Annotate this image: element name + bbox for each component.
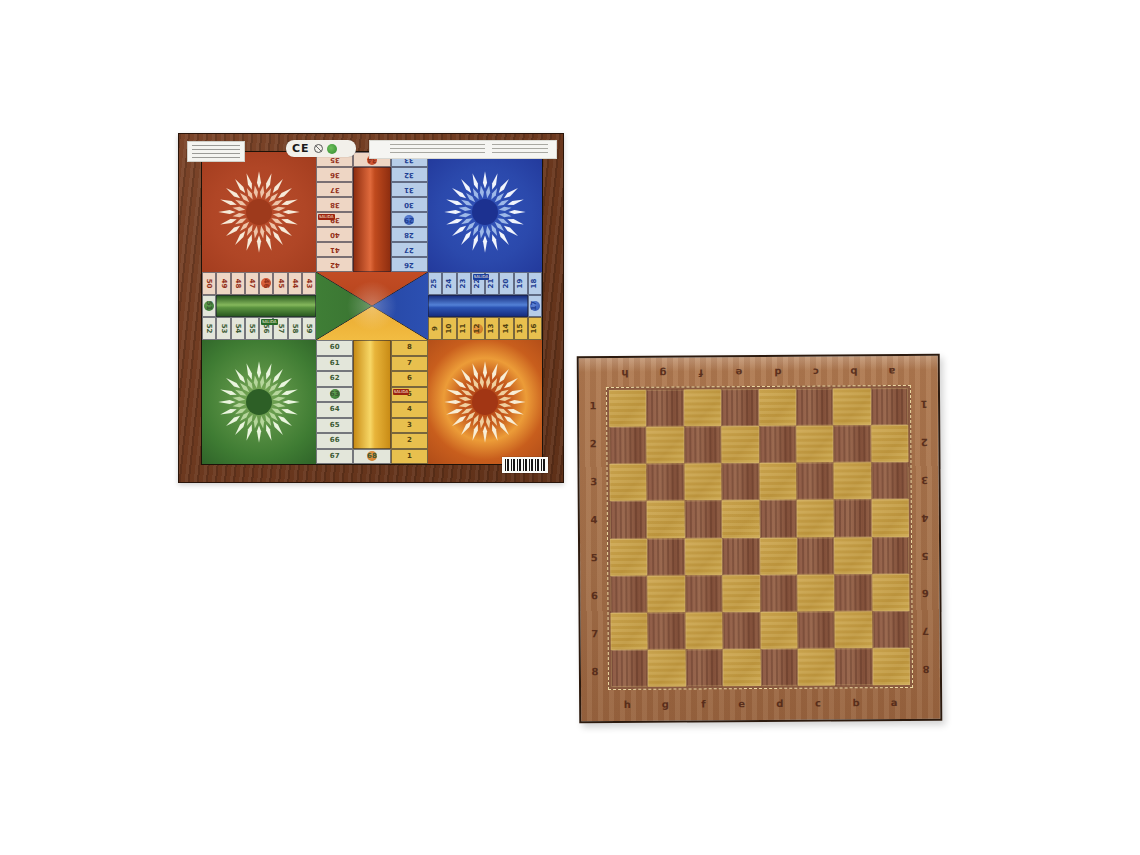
chess-files-bottom: hgfedcba: [608, 695, 913, 712]
parchis-cell-11: 11: [457, 317, 471, 340]
parchis-arm-right: 252423SALIDA222120191817169101112131415: [428, 272, 542, 340]
blue-starburst-icon: [442, 163, 529, 261]
chess-playing-area: [606, 385, 913, 690]
parchis-cell-47: 47: [245, 272, 259, 295]
file-label-d: d: [758, 365, 796, 380]
ce-mark: CE: [292, 143, 310, 155]
parchis-cell-49: 49: [216, 272, 230, 295]
file-label-c: c: [796, 364, 834, 379]
parchis-quadrant-blue: [428, 152, 542, 272]
chess-square-a2: [871, 425, 909, 462]
chess-square-g6: [648, 575, 686, 612]
chess-square-g7: [648, 612, 686, 649]
parchis-cell-51: 51: [202, 295, 216, 318]
parchis-home-column-blue: [428, 295, 528, 318]
chess-square-f8: [686, 649, 724, 686]
green-dot-icon: [327, 144, 337, 154]
parchis-surface: 353433363738SALIDA3940414232313029282726…: [201, 151, 543, 465]
parchis-quadrant-orange: [428, 340, 542, 464]
chess-square-c1: [796, 388, 834, 425]
ce-badge: CE: [286, 140, 356, 157]
chess-square-f6: [685, 575, 723, 612]
chess-square-g3: [647, 464, 685, 501]
chess-square-d2: [759, 426, 797, 463]
parchis-cell-18: 18: [528, 272, 542, 295]
chess-square-d5: [759, 537, 797, 574]
parchis-cell-42: 42: [316, 257, 353, 272]
parchis-cell-63: 63: [316, 387, 353, 403]
product-photo: 353433363738SALIDA3940414232313029282726…: [0, 0, 1140, 855]
chess-square-c4: [797, 500, 835, 537]
file-label-b: b: [837, 695, 875, 710]
label-text-lines-2: [492, 144, 548, 155]
file-label-a: a: [875, 695, 913, 710]
parchis-arm-left: 50515249484746454443535455SALIDA56575859: [202, 272, 316, 340]
parchis-cell-46: 46: [259, 272, 273, 295]
rank-label-5: 5: [587, 539, 601, 577]
chess-square-h2: [609, 427, 647, 464]
parchis-cell-26: 26: [391, 257, 428, 272]
parchis-cell-39: SALIDA39: [316, 212, 353, 227]
parchis-cell-38: 38: [316, 197, 353, 212]
chess-square-b7: [835, 611, 873, 648]
chess-square-f1: [684, 389, 722, 426]
age-warning-icon: [314, 144, 323, 153]
chess-square-d8: [760, 649, 798, 686]
parchis-cell-14: 14: [499, 317, 513, 340]
parchis-cell-67: 67: [316, 449, 353, 465]
chess-square-b1: [833, 388, 871, 425]
file-label-c: c: [799, 695, 837, 710]
rank-label-5: 5: [918, 536, 932, 574]
green-starburst-icon: [216, 351, 303, 453]
chess-square-g2: [647, 427, 685, 464]
chess-square-d3: [759, 463, 797, 500]
parchis-cell-68: 68: [353, 449, 390, 465]
chess-square-b6: [835, 574, 873, 611]
chess-square-h8: [611, 650, 649, 687]
chess-square-h7: [611, 613, 649, 650]
chess-square-f4: [684, 501, 722, 538]
chess-square-c6: [797, 574, 835, 611]
parchis-cell-64: 64: [316, 402, 353, 418]
chess-board: hgfedcba hgfedcba 12345678 12345678: [577, 354, 943, 724]
parchis-cell-16: 16: [528, 317, 542, 340]
parchis-cell-32: 32: [391, 167, 428, 182]
rank-label-7: 7: [919, 612, 933, 650]
rank-label-4: 4: [587, 501, 601, 539]
parchis-cell-60: 60: [316, 340, 353, 356]
chess-square-a7: [872, 611, 910, 648]
parchis-cell-2: 2: [391, 433, 428, 449]
parchis-cell-6: 6: [391, 371, 428, 387]
parchis-cell-65: 65: [316, 418, 353, 434]
parchis-cell-44: 44: [288, 272, 302, 295]
red-starburst-icon: [216, 163, 303, 261]
salida-label-56: SALIDA: [261, 319, 278, 325]
parchis-cell-55: 55: [245, 317, 259, 340]
salida-label-5: SALIDA: [393, 389, 410, 395]
chess-square-h3: [609, 464, 647, 501]
parchis-board: 353433363738SALIDA3940414232313029282726…: [178, 133, 564, 483]
file-label-e: e: [720, 365, 758, 380]
parchis-cell-58: 58: [288, 317, 302, 340]
parchis-cell-43: 43: [302, 272, 316, 295]
chess-square-e1: [721, 389, 759, 426]
chess-square-f5: [685, 538, 723, 575]
rank-label-1: 1: [917, 385, 931, 423]
parchis-cell-15: 15: [514, 317, 528, 340]
salida-label-22: SALIDA: [473, 274, 490, 280]
file-label-f: f: [684, 696, 722, 711]
rank-label-3: 3: [586, 463, 600, 501]
chess-square-c7: [797, 611, 835, 648]
chess-square-a6: [872, 574, 910, 611]
chess-square-a4: [871, 499, 909, 536]
parchis-home-column-red: [353, 167, 390, 272]
rank-label-4: 4: [918, 498, 932, 536]
parchis-cell-28: 28: [391, 227, 428, 242]
parchis-cell-9: 9: [428, 317, 442, 340]
chess-square-h1: [609, 390, 647, 427]
chess-square-c8: [798, 648, 836, 685]
parchis-cell-4: 4: [391, 402, 428, 418]
parchis-home-column-green: [216, 295, 316, 318]
chess-square-e7: [723, 612, 761, 649]
file-label-e: e: [722, 696, 760, 711]
chess-square-g5: [647, 538, 685, 575]
chess-ranks-left: 12345678: [586, 387, 602, 690]
file-label-g: g: [646, 697, 684, 712]
chess-square-d1: [758, 389, 796, 426]
parchis-cell-50: 50: [202, 272, 216, 295]
chess-square-e2: [721, 426, 759, 463]
parchis-cell-48: 48: [231, 272, 245, 295]
parchis-cell-30: 30: [391, 197, 428, 212]
file-label-b: b: [835, 364, 873, 379]
chess-square-c3: [796, 463, 834, 500]
chess-square-f2: [684, 426, 722, 463]
parchis-cell-62: 62: [316, 371, 353, 387]
file-label-f: f: [682, 365, 720, 380]
file-label-h: h: [606, 366, 644, 381]
chess-square-a8: [872, 648, 910, 685]
rank-label-8: 8: [919, 650, 933, 688]
parchis-cell-27: 27: [391, 242, 428, 257]
chess-square-e8: [723, 649, 761, 686]
chess-square-g4: [647, 501, 685, 538]
parchis-cell-20: 20: [499, 272, 513, 295]
chess-square-a3: [871, 462, 909, 499]
parchis-cell-37: 37: [316, 182, 353, 197]
parchis-cell-7: 7: [391, 356, 428, 372]
info-label-strip: [369, 140, 557, 159]
parchis-cell-29: 29: [391, 212, 428, 227]
chess-square-d4: [759, 500, 797, 537]
file-label-g: g: [644, 366, 682, 381]
chess-square-d7: [760, 611, 798, 648]
rank-label-1: 1: [586, 387, 600, 425]
address-sticker: [187, 141, 245, 162]
parchis-cell-19: 19: [514, 272, 528, 295]
rank-label-2: 2: [917, 423, 931, 461]
parchis-cell-10: 10: [442, 317, 456, 340]
chess-square-b8: [835, 648, 873, 685]
parchis-cell-53: 53: [216, 317, 230, 340]
parchis-cell-56: SALIDA56: [259, 317, 273, 340]
parchis-arm-bottom: 60616263646566876SALIDA543267681: [316, 340, 428, 464]
rank-label-8: 8: [588, 652, 602, 690]
chess-square-a5: [872, 536, 910, 573]
file-label-h: h: [608, 697, 646, 712]
parchis-cell-24: 24: [442, 272, 456, 295]
label-text-lines: [390, 144, 485, 155]
parchis-cell-59: 59: [302, 317, 316, 340]
parchis-cell-1: 1: [391, 449, 428, 465]
parchis-center-goal: [316, 272, 428, 340]
parchis-cell-25: 25: [428, 272, 442, 295]
parchis-cell-5: SALIDA5: [391, 387, 428, 403]
parchis-cell-17: 17: [528, 295, 542, 318]
rank-label-3: 3: [917, 461, 931, 499]
parchis-cell-52: 52: [202, 317, 216, 340]
chess-square-h5: [610, 538, 648, 575]
chess-square-b5: [834, 537, 872, 574]
chess-square-c2: [796, 426, 834, 463]
chess-square-e6: [722, 575, 760, 612]
rank-label-6: 6: [918, 574, 932, 612]
parchis-cell-12: 12: [471, 317, 485, 340]
center-sheen: [316, 272, 428, 340]
chess-square-e3: [722, 463, 760, 500]
chess-square-f7: [685, 612, 723, 649]
parchis-cell-61: 61: [316, 356, 353, 372]
parchis-cell-23: 23: [457, 272, 471, 295]
chess-square-b3: [834, 462, 872, 499]
chess-square-b4: [834, 500, 872, 537]
barcode-icon: [505, 459, 545, 471]
chess-square-b2: [833, 425, 871, 462]
chess-ranks-right: 12345678: [917, 385, 933, 688]
chess-grid: [609, 388, 910, 687]
barcode-label: [502, 457, 548, 473]
parchis-cell-31: 31: [391, 182, 428, 197]
chess-square-a1: [871, 388, 909, 425]
parchis-cell-41: 41: [316, 242, 353, 257]
parchis-quadrant-red: [202, 152, 316, 272]
parchis-cell-54: 54: [231, 317, 245, 340]
chess-files-top: hgfedcba: [606, 364, 911, 381]
orange-starburst-icon: [442, 351, 529, 453]
chess-square-d6: [760, 574, 798, 611]
rank-label-6: 6: [587, 576, 601, 614]
file-label-d: d: [761, 696, 799, 711]
parchis-cell-36: 36: [316, 167, 353, 182]
sticker-text-lines: [192, 145, 240, 158]
chess-square-e5: [722, 538, 760, 575]
chess-square-g1: [646, 390, 684, 427]
rank-label-7: 7: [588, 614, 602, 652]
chess-square-f3: [684, 464, 722, 501]
parchis-cell-66: 66: [316, 433, 353, 449]
chess-square-c5: [797, 537, 835, 574]
salida-label-39: SALIDA: [318, 214, 335, 220]
parchis-home-column-yellow: [353, 340, 390, 449]
parchis-arm-top: 353433363738SALIDA3940414232313029282726: [316, 152, 428, 272]
parchis-cell-45: 45: [273, 272, 287, 295]
parchis-cell-3: 3: [391, 418, 428, 434]
parchis-cell-40: 40: [316, 227, 353, 242]
chess-square-h6: [610, 575, 648, 612]
chess-square-e4: [722, 500, 760, 537]
parchis-quadrant-green: [202, 340, 316, 464]
chess-square-h4: [610, 501, 648, 538]
file-label-a: a: [873, 364, 911, 379]
chess-square-g8: [648, 649, 686, 686]
parchis-cell-22: SALIDA22: [471, 272, 485, 295]
parchis-cell-8: 8: [391, 340, 428, 356]
parchis-cell-13: 13: [485, 317, 499, 340]
rank-label-2: 2: [586, 425, 600, 463]
